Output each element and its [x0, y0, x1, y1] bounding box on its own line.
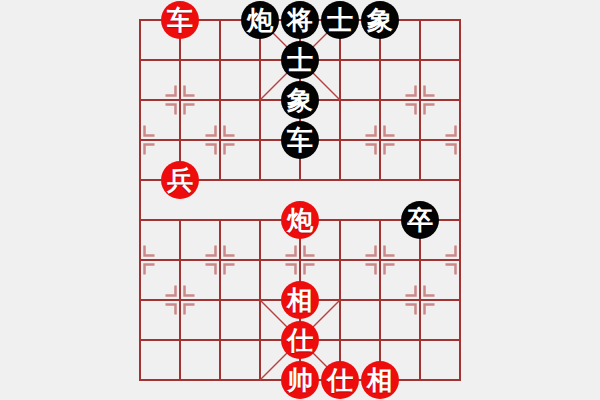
black-advisor-2[interactable]: 士	[280, 40, 320, 80]
black-king[interactable]: 将	[280, 0, 320, 40]
red-cannon-glyph: 炮	[281, 201, 319, 239]
red-advisor-2[interactable]: 仕	[320, 360, 360, 400]
red-pawn[interactable]: 兵	[160, 160, 200, 200]
black-elephant-1-glyph: 象	[361, 1, 399, 39]
black-advisor-1-glyph: 士	[321, 1, 359, 39]
black-cannon-glyph: 炮	[241, 1, 279, 39]
black-cannon[interactable]: 炮	[240, 0, 280, 40]
red-king[interactable]: 帅	[280, 360, 320, 400]
black-king-glyph: 将	[281, 1, 319, 39]
red-cannon[interactable]: 炮	[280, 200, 320, 240]
red-advisor-1-glyph: 仕	[281, 321, 319, 359]
black-elephant-2[interactable]: 象	[280, 80, 320, 120]
xiangqi-board-area: 车兵炮相仕帅仕相炮将士象士象车卒	[0, 0, 600, 400]
red-elephant-1-glyph: 相	[281, 281, 319, 319]
red-chariot-glyph: 车	[161, 1, 199, 39]
red-advisor-1[interactable]: 仕	[280, 320, 320, 360]
black-chariot-glyph: 车	[281, 121, 319, 159]
red-elephant-2-glyph: 相	[361, 361, 399, 399]
red-chariot[interactable]: 车	[160, 0, 200, 40]
red-elephant-1[interactable]: 相	[280, 280, 320, 320]
black-advisor-2-glyph: 士	[281, 41, 319, 79]
black-pawn[interactable]: 卒	[400, 200, 440, 240]
black-elephant-2-glyph: 象	[281, 81, 319, 119]
red-elephant-2[interactable]: 相	[360, 360, 400, 400]
black-chariot[interactable]: 车	[280, 120, 320, 160]
red-advisor-2-glyph: 仕	[321, 361, 359, 399]
black-advisor-1[interactable]: 士	[320, 0, 360, 40]
red-king-glyph: 帅	[281, 361, 319, 399]
black-elephant-1[interactable]: 象	[360, 0, 400, 40]
black-pawn-glyph: 卒	[401, 201, 439, 239]
pieces-grid: 车兵炮相仕帅仕相炮将士象士象车卒	[120, 0, 480, 400]
red-pawn-glyph: 兵	[161, 161, 199, 199]
